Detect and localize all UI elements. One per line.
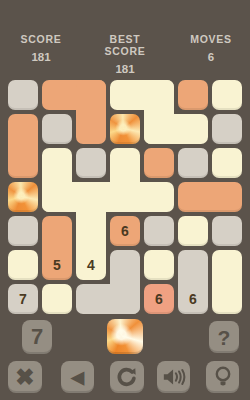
piece-gray[interactable]: [8, 80, 38, 110]
score-panel: SCORE 181: [5, 33, 77, 63]
piece-cream[interactable]: [212, 250, 242, 314]
moves-panel: MOVES 6: [175, 33, 247, 63]
piece-gray[interactable]: [8, 284, 38, 314]
lightbulb-icon: [214, 366, 232, 388]
piece-gray[interactable]: [76, 284, 140, 314]
piece-gray[interactable]: [42, 114, 72, 144]
piece-cream[interactable]: [144, 250, 174, 280]
piece-orange[interactable]: [110, 216, 140, 246]
moves-value: 6: [175, 51, 247, 63]
speaker-icon: [162, 367, 186, 387]
question-mark-icon: ?: [218, 327, 231, 348]
best-score-value: 181: [89, 63, 161, 75]
moves-label: MOVES: [175, 33, 247, 45]
help-button[interactable]: ?: [209, 321, 239, 353]
score-value: 181: [5, 51, 77, 63]
restart-button[interactable]: [110, 361, 144, 393]
piece-flame[interactable]: [110, 114, 140, 144]
undo-button[interactable]: ◀: [61, 361, 94, 393]
piece-orange[interactable]: [144, 148, 174, 178]
best-score-label: BEST SCORE: [89, 33, 161, 57]
piece-cream[interactable]: [212, 148, 242, 178]
piece-orange[interactable]: [76, 80, 106, 144]
piece-cream[interactable]: [42, 284, 72, 314]
close-button[interactable]: ✖: [8, 361, 42, 393]
piece-cream[interactable]: [144, 114, 208, 144]
piece-cream[interactable]: [8, 250, 38, 280]
piece-gray[interactable]: [212, 114, 242, 144]
piece-orange[interactable]: [178, 182, 242, 212]
rotate-arrow-icon: [116, 366, 138, 388]
board: 654766: [8, 80, 242, 314]
piece-orange[interactable]: [42, 216, 72, 280]
piece-cream[interactable]: [178, 216, 208, 246]
piece-gray[interactable]: [178, 148, 208, 178]
best-score-panel: BEST SCORE 181: [89, 33, 161, 75]
score-label: SCORE: [5, 33, 77, 45]
piece-cream[interactable]: [76, 182, 106, 280]
close-icon: ✖: [15, 366, 34, 389]
piece-orange[interactable]: [8, 114, 38, 178]
piece-flame[interactable]: [8, 182, 38, 212]
piece-cream[interactable]: [42, 182, 174, 212]
piece-gray[interactable]: [144, 216, 174, 246]
piece-orange[interactable]: [178, 80, 208, 110]
piece-cream[interactable]: [212, 80, 242, 110]
back-arrow-icon: ◀: [71, 369, 84, 386]
piece-gray[interactable]: [178, 250, 208, 314]
piece-gray[interactable]: [76, 148, 106, 178]
hint-button[interactable]: [206, 361, 239, 393]
sound-button[interactable]: [157, 361, 190, 393]
next-block-count-button[interactable]: 7: [22, 320, 52, 354]
flame-tile-button[interactable]: [107, 319, 143, 354]
next-block-count-label: 7: [31, 326, 43, 348]
piece-gray[interactable]: [212, 216, 242, 246]
piece-gray[interactable]: [8, 216, 38, 246]
piece-orange2[interactable]: [144, 284, 174, 314]
